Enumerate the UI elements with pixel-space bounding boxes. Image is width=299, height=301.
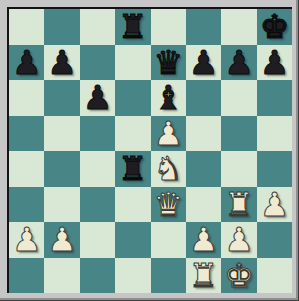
square-a6[interactable] [9,80,44,116]
square-g3[interactable]: ♜ [221,187,256,223]
square-g1[interactable]: ♚ [221,258,256,294]
white-knight-icon: ♞ [151,151,186,187]
white-queen-icon: ♛ [151,187,186,223]
square-h6[interactable] [257,80,292,116]
white-rook-icon: ♜ [221,187,256,223]
square-e7[interactable]: ♛ [151,45,186,81]
square-b8[interactable] [44,9,79,45]
square-d7[interactable] [115,45,150,81]
square-d6[interactable] [115,80,150,116]
square-a8[interactable] [9,9,44,45]
square-b5[interactable] [44,116,79,152]
white-king-icon: ♚ [221,258,256,294]
white-pawn-icon: ♟ [9,222,44,258]
square-c3[interactable] [80,187,115,223]
square-c4[interactable] [80,151,115,187]
square-f8[interactable] [186,9,221,45]
black-rook-icon: ♜ [115,151,150,187]
square-f3[interactable] [186,187,221,223]
square-b1[interactable] [44,258,79,294]
square-h7[interactable]: ♟ [257,45,292,81]
square-b3[interactable] [44,187,79,223]
black-pawn-icon: ♟ [186,45,221,81]
white-rook-icon: ♜ [186,258,221,294]
square-e3[interactable]: ♛ [151,187,186,223]
square-b2[interactable]: ♟ [44,222,79,258]
chess-board: ♜♚♟♟♛♟♟♟♟♝♟♜♞♛♜♟♟♟♟♟♜♚ [9,9,292,293]
square-b4[interactable] [44,151,79,187]
white-pawn-icon: ♟ [44,222,79,258]
square-d8[interactable]: ♜ [115,9,150,45]
square-g8[interactable] [221,9,256,45]
black-bishop-icon: ♝ [151,80,186,116]
square-g4[interactable] [221,151,256,187]
square-e4[interactable]: ♞ [151,151,186,187]
black-queen-icon: ♛ [151,45,186,81]
black-pawn-icon: ♟ [9,45,44,81]
square-c7[interactable] [80,45,115,81]
square-h5[interactable] [257,116,292,152]
square-f5[interactable] [186,116,221,152]
square-e1[interactable] [151,258,186,294]
square-f6[interactable] [186,80,221,116]
square-d3[interactable] [115,187,150,223]
square-c5[interactable] [80,116,115,152]
square-a1[interactable] [9,258,44,294]
square-a3[interactable] [9,187,44,223]
square-g5[interactable] [221,116,256,152]
square-e8[interactable] [151,9,186,45]
black-king-icon: ♚ [257,9,292,45]
square-h4[interactable] [257,151,292,187]
square-d4[interactable]: ♜ [115,151,150,187]
square-b7[interactable]: ♟ [44,45,79,81]
square-d5[interactable] [115,116,150,152]
square-a5[interactable] [9,116,44,152]
square-h8[interactable]: ♚ [257,9,292,45]
square-a2[interactable]: ♟ [9,222,44,258]
black-rook-icon: ♜ [115,9,150,45]
square-e6[interactable]: ♝ [151,80,186,116]
black-pawn-icon: ♟ [221,45,256,81]
square-g7[interactable]: ♟ [221,45,256,81]
black-pawn-icon: ♟ [257,45,292,81]
square-b6[interactable] [44,80,79,116]
square-a4[interactable] [9,151,44,187]
white-pawn-icon: ♟ [186,222,221,258]
white-pawn-icon: ♟ [151,116,186,152]
chess-window: ♜♚♟♟♛♟♟♟♟♝♟♜♞♛♜♟♟♟♟♟♜♚ [0,0,299,301]
square-c2[interactable] [80,222,115,258]
black-pawn-icon: ♟ [44,45,79,81]
square-f7[interactable]: ♟ [186,45,221,81]
board-frame: ♜♚♟♟♛♟♟♟♟♝♟♜♞♛♜♟♟♟♟♟♜♚ [7,7,292,293]
square-d2[interactable] [115,222,150,258]
square-f1[interactable]: ♜ [186,258,221,294]
square-f2[interactable]: ♟ [186,222,221,258]
square-f4[interactable] [186,151,221,187]
square-c6[interactable]: ♟ [80,80,115,116]
square-a7[interactable]: ♟ [9,45,44,81]
white-pawn-icon: ♟ [221,222,256,258]
black-pawn-icon: ♟ [80,80,115,116]
square-e2[interactable] [151,222,186,258]
square-d1[interactable] [115,258,150,294]
square-h2[interactable] [257,222,292,258]
square-e5[interactable]: ♟ [151,116,186,152]
square-g2[interactable]: ♟ [221,222,256,258]
square-h1[interactable] [257,258,292,294]
white-pawn-icon: ♟ [257,187,292,223]
square-h3[interactable]: ♟ [257,187,292,223]
square-c8[interactable] [80,9,115,45]
square-g6[interactable] [221,80,256,116]
square-c1[interactable] [80,258,115,294]
